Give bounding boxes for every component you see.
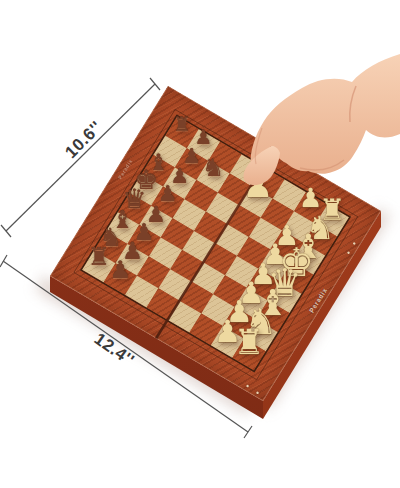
clasp-screw (256, 391, 259, 394)
clasp-screw (246, 384, 249, 387)
product-photo: Peradix Peradix ♜♟♟♝♞♟♚♟♟♟♛♜♟♝♞♟♟♞♝♟♟♜♚♟… (0, 0, 400, 488)
clasp-screw (353, 242, 356, 245)
wrist-crease (350, 86, 356, 122)
height-dimension-label: 10.6'' (61, 117, 106, 162)
clasp-screw (347, 251, 350, 254)
brand-logo-small: Peradix (117, 158, 133, 180)
